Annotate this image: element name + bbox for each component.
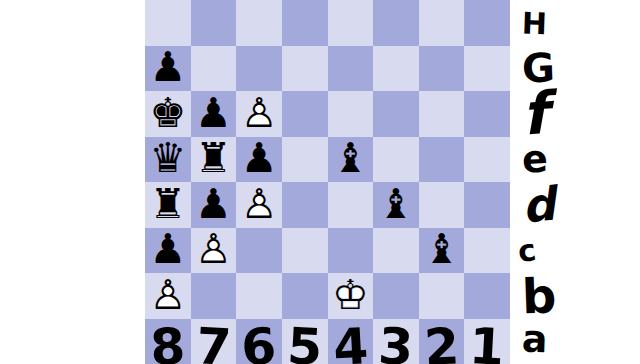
square-f8[interactable]: ♚ xyxy=(145,91,191,137)
black-pawn-g8[interactable]: ♟ xyxy=(145,46,191,92)
rank-label-6: 6 xyxy=(235,317,284,364)
square-b4[interactable]: ♚♔ xyxy=(328,273,374,319)
square-c2[interactable]: ♝ xyxy=(419,228,465,274)
black-pawn-d7[interactable]: ♟ xyxy=(191,182,237,228)
square-c7[interactable]: ♟♙ xyxy=(191,228,237,274)
rank-label-8: 8 xyxy=(144,317,193,364)
black-bishop-d3[interactable]: ♝ xyxy=(373,182,419,228)
square-g3[interactable] xyxy=(373,46,419,92)
square-e8[interactable]: ♛ xyxy=(145,137,191,183)
square-f4[interactable] xyxy=(328,91,374,137)
square-d4[interactable] xyxy=(328,182,374,228)
black-bishop-glyph: ♝ xyxy=(332,138,369,179)
black-rook-d8[interactable]: ♜ xyxy=(145,182,191,228)
black-pawn-glyph: ♟ xyxy=(149,229,186,270)
white-king-outline-glyph: ♔ xyxy=(332,274,369,315)
rank-label-1: 1 xyxy=(463,317,512,364)
square-d5[interactable] xyxy=(282,182,328,228)
black-bishop-glyph: ♝ xyxy=(378,183,415,224)
square-h7[interactable] xyxy=(191,0,237,46)
white-pawn-outline-glyph: ♙ xyxy=(195,229,232,270)
rank-labels: 87654321 xyxy=(145,318,510,364)
square-c4[interactable] xyxy=(328,228,374,274)
square-e6[interactable]: ♟ xyxy=(236,137,282,183)
white-pawn-outline-glyph: ♙ xyxy=(241,183,278,224)
square-b3[interactable] xyxy=(373,273,419,319)
rank-label-7: 7 xyxy=(189,317,238,364)
black-queen-glyph: ♛ xyxy=(149,138,186,179)
square-g2[interactable] xyxy=(419,46,465,92)
square-f6[interactable]: ♟♙ xyxy=(236,91,282,137)
black-bishop-c2[interactable]: ♝ xyxy=(419,228,465,274)
black-pawn-glyph: ♟ xyxy=(241,138,278,179)
square-c5[interactable] xyxy=(282,228,328,274)
square-c3[interactable] xyxy=(373,228,419,274)
square-h2[interactable] xyxy=(419,0,465,46)
square-f3[interactable] xyxy=(373,91,419,137)
square-g4[interactable] xyxy=(328,46,374,92)
square-h4[interactable] xyxy=(328,0,374,46)
file-label-d: d xyxy=(520,180,558,229)
square-b1[interactable] xyxy=(464,273,510,319)
white-pawn-d6[interactable]: ♟♙ xyxy=(236,182,282,228)
white-pawn-outline-glyph: ♙ xyxy=(241,92,278,133)
square-h1[interactable] xyxy=(464,0,510,46)
square-g7[interactable] xyxy=(191,46,237,92)
square-c8[interactable]: ♟ xyxy=(145,228,191,274)
square-f5[interactable] xyxy=(282,91,328,137)
square-d7[interactable]: ♟ xyxy=(191,182,237,228)
square-b6[interactable] xyxy=(236,273,282,319)
black-king-f8[interactable]: ♚ xyxy=(145,91,191,137)
file-label-b: b xyxy=(521,272,557,319)
square-e7[interactable]: ♜ xyxy=(191,137,237,183)
square-f1[interactable] xyxy=(464,91,510,137)
black-rook-glyph: ♜ xyxy=(149,183,186,224)
white-king-b4[interactable]: ♚♔ xyxy=(328,273,374,319)
square-f7[interactable]: ♟ xyxy=(191,91,237,137)
black-pawn-glyph: ♟ xyxy=(195,183,232,224)
file-label-e: e xyxy=(521,136,548,183)
square-g6[interactable] xyxy=(236,46,282,92)
black-pawn-f7[interactable]: ♟ xyxy=(191,91,237,137)
square-d2[interactable] xyxy=(419,182,465,228)
square-e5[interactable] xyxy=(282,137,328,183)
square-h6[interactable] xyxy=(236,0,282,46)
black-rook-e7[interactable]: ♜ xyxy=(191,137,237,183)
square-b5[interactable] xyxy=(282,273,328,319)
white-pawn-f6[interactable]: ♟♙ xyxy=(236,91,282,137)
rank-label-4: 4 xyxy=(326,317,375,364)
black-pawn-e6[interactable]: ♟ xyxy=(236,137,282,183)
white-pawn-b8[interactable]: ♟♙ xyxy=(145,273,191,319)
square-e1[interactable] xyxy=(464,137,510,183)
file-label-f: f xyxy=(520,90,548,138)
black-queen-e8[interactable]: ♛ xyxy=(145,137,191,183)
square-e3[interactable] xyxy=(373,137,419,183)
square-c6[interactable] xyxy=(236,228,282,274)
file-label-h: H xyxy=(521,0,548,46)
file-label-a: a xyxy=(521,316,548,363)
black-bishop-e4[interactable]: ♝ xyxy=(328,137,374,183)
square-g1[interactable] xyxy=(464,46,510,92)
square-e4[interactable]: ♝ xyxy=(328,137,374,183)
black-king-glyph: ♚ xyxy=(149,92,186,133)
square-g8[interactable]: ♟ xyxy=(145,46,191,92)
square-e2[interactable] xyxy=(419,137,465,183)
square-d3[interactable]: ♝ xyxy=(373,182,419,228)
black-pawn-glyph: ♟ xyxy=(149,47,186,88)
rank-label-3: 3 xyxy=(372,317,421,364)
chess-board: ♟♚♟♟♙♛♜♟♝♜♟♟♙♝♟♟♙♝♟♙♚♔ xyxy=(145,0,510,364)
square-b7[interactable] xyxy=(191,273,237,319)
square-h8[interactable] xyxy=(145,0,191,46)
white-pawn-outline-glyph: ♙ xyxy=(149,274,186,315)
square-d8[interactable]: ♜ xyxy=(145,182,191,228)
square-b8[interactable]: ♟♙ xyxy=(145,273,191,319)
square-h5[interactable] xyxy=(282,0,328,46)
file-labels: HGfedcba xyxy=(510,0,640,364)
square-d1[interactable] xyxy=(464,182,510,228)
black-rook-glyph: ♜ xyxy=(195,138,232,179)
black-pawn-glyph: ♟ xyxy=(195,92,232,133)
black-pawn-c8[interactable]: ♟ xyxy=(145,228,191,274)
square-h3[interactable] xyxy=(373,0,419,46)
file-label-c: c xyxy=(515,226,539,274)
black-bishop-glyph: ♝ xyxy=(423,229,460,270)
white-pawn-c7[interactable]: ♟♙ xyxy=(191,228,237,274)
square-d6[interactable]: ♟♙ xyxy=(236,182,282,228)
rank-label-5: 5 xyxy=(280,317,329,364)
square-b2[interactable] xyxy=(419,273,465,319)
rank-label-2: 2 xyxy=(417,317,466,364)
square-c1[interactable] xyxy=(464,228,510,274)
square-g5[interactable] xyxy=(282,46,328,92)
square-f2[interactable] xyxy=(419,91,465,137)
